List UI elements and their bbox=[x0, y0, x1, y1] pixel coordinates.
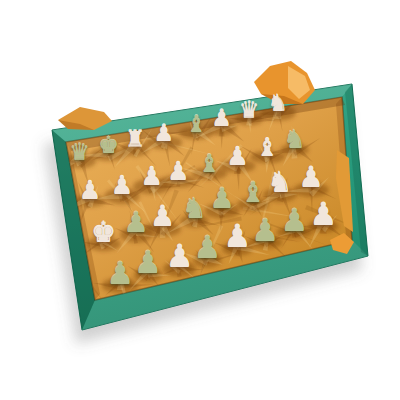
chess-set-photo: ♛♚♜♟♝♟♛♞♟♟♟♟♝♟♝♞♚♟♟♞♟♝♞♟♟♟♟♟♟♟♟♟ bbox=[0, 0, 400, 400]
box-illustration bbox=[0, 0, 400, 400]
